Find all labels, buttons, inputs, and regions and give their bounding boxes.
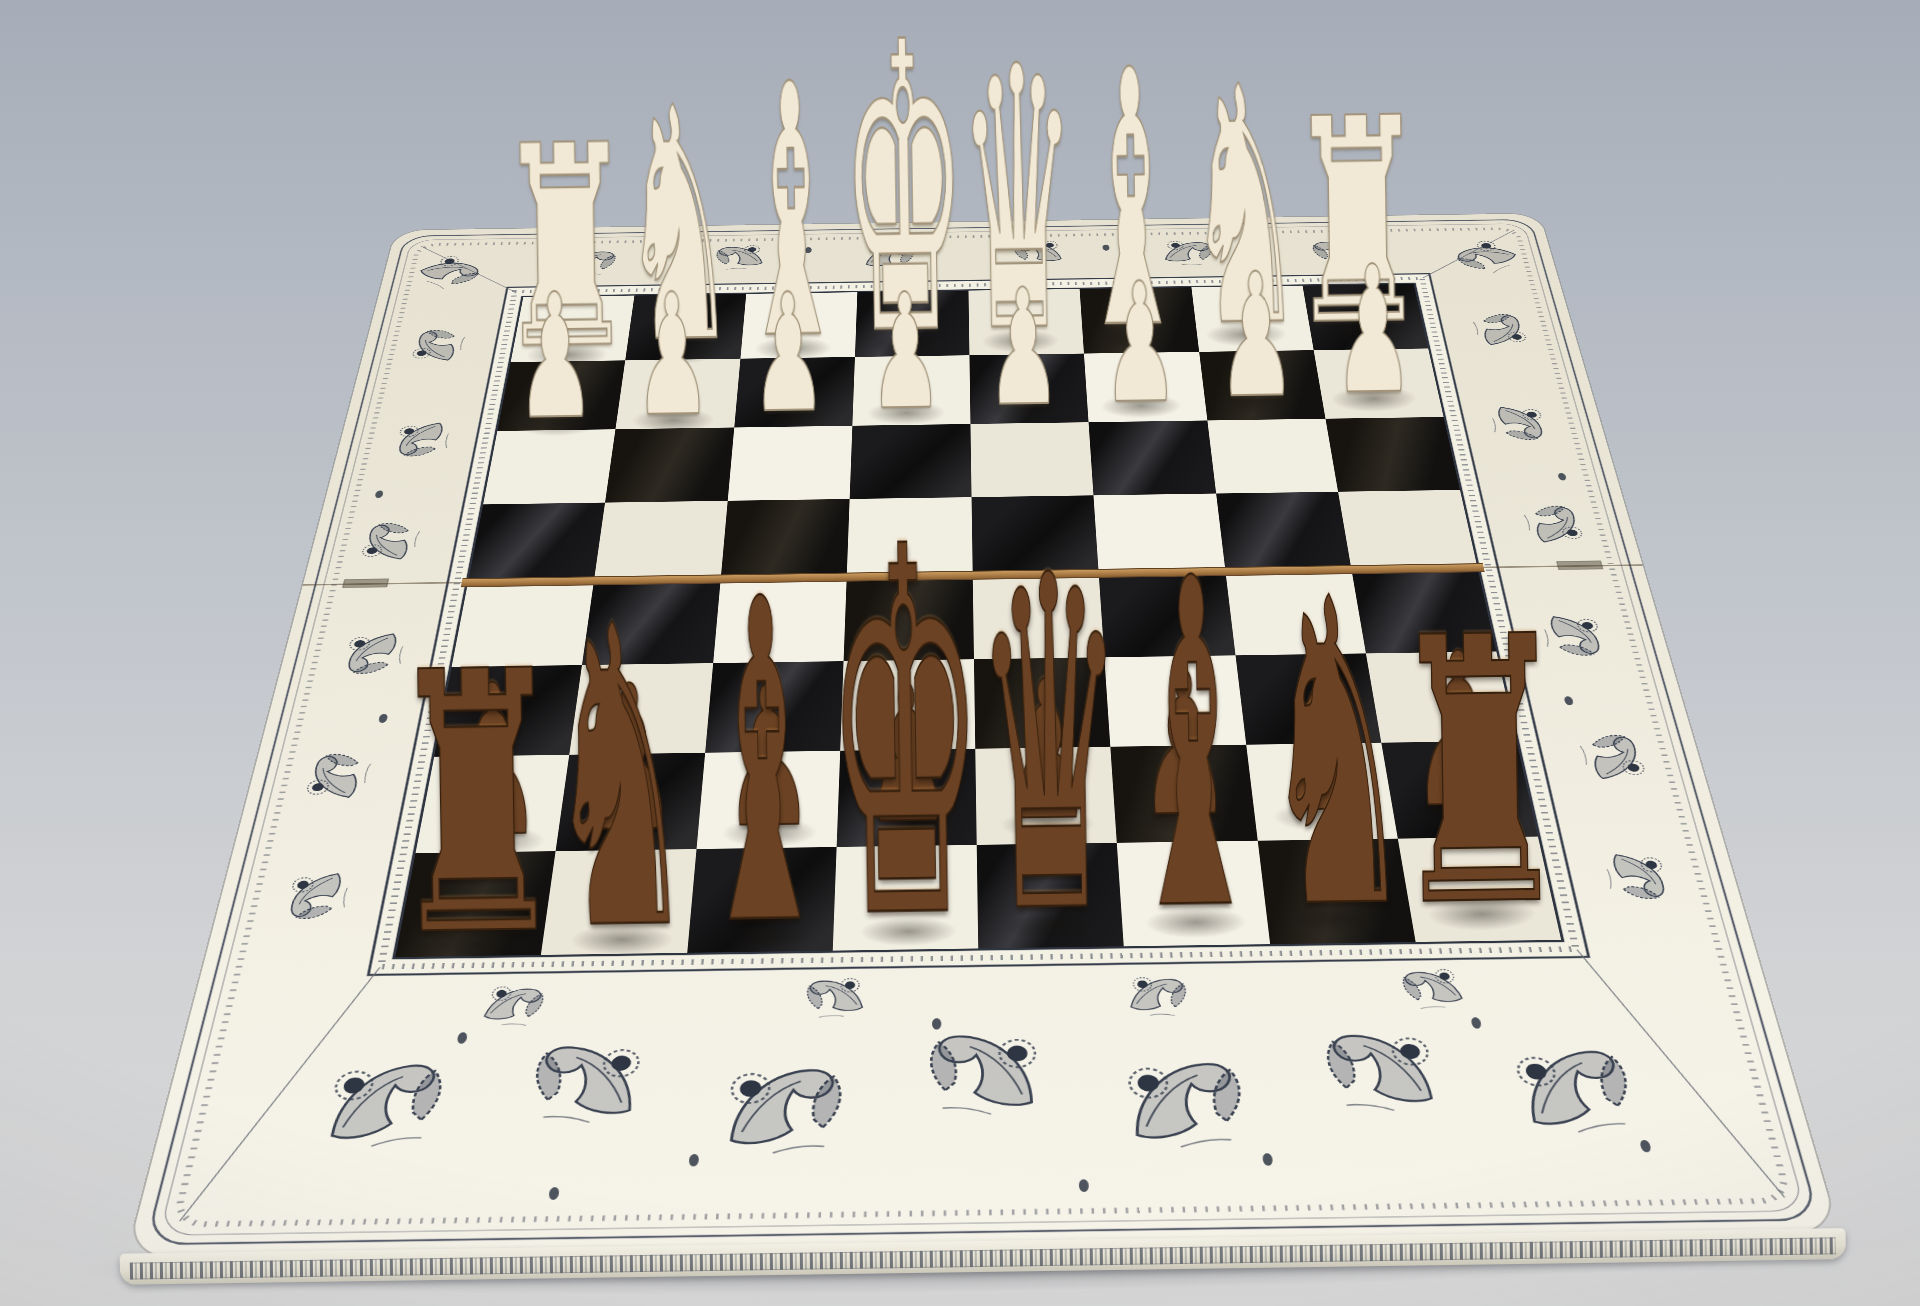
square-b5 bbox=[1225, 570, 1366, 655]
photo-scene: ♜♞♝♚♛♝♞♜♟♟♟♟♟♟♟♟♟♟♟♟♟♟♟♟♜♞♝♚♛♝♞♜ bbox=[0, 0, 1920, 1306]
square-d6 bbox=[974, 657, 1111, 748]
square-g4 bbox=[594, 501, 727, 581]
square-d1 bbox=[968, 289, 1084, 355]
square-c8 bbox=[1117, 841, 1270, 947]
square-d7 bbox=[975, 747, 1117, 845]
square-a4 bbox=[1338, 490, 1478, 570]
square-h7 bbox=[416, 755, 570, 854]
square-e2 bbox=[852, 355, 970, 426]
square-b4 bbox=[1216, 492, 1352, 572]
square-g2 bbox=[616, 359, 740, 430]
chessboard-squares bbox=[393, 283, 1563, 958]
square-c7 bbox=[1111, 745, 1258, 843]
square-a1 bbox=[1302, 284, 1428, 350]
square-b6 bbox=[1235, 653, 1381, 744]
square-h4 bbox=[468, 503, 605, 583]
square-a2 bbox=[1313, 349, 1443, 419]
square-d2 bbox=[969, 354, 1088, 424]
square-g8 bbox=[541, 849, 696, 955]
square-h5 bbox=[452, 581, 594, 667]
square-f1 bbox=[740, 292, 857, 358]
square-h1 bbox=[511, 296, 635, 363]
square-f6 bbox=[705, 661, 844, 753]
square-h8 bbox=[395, 851, 555, 957]
square-b2 bbox=[1199, 350, 1326, 420]
square-f8 bbox=[687, 847, 837, 953]
square-c1 bbox=[1080, 287, 1199, 353]
square-a3 bbox=[1325, 417, 1460, 492]
square-g5 bbox=[582, 579, 720, 665]
square-c3 bbox=[1089, 421, 1216, 496]
square-f3 bbox=[727, 426, 852, 501]
square-a7 bbox=[1381, 741, 1538, 839]
square-d8 bbox=[977, 843, 1124, 949]
square-e8 bbox=[833, 845, 979, 951]
square-f7 bbox=[696, 751, 840, 849]
square-h6 bbox=[434, 665, 582, 757]
chessboard-perspective-wrap bbox=[99, 0, 1839, 1258]
square-g7 bbox=[556, 753, 705, 851]
square-h2 bbox=[497, 360, 625, 431]
camera-tilt-layer: ♜♞♝♚♛♝♞♜♟♟♟♟♟♟♟♟♟♟♟♟♟♟♟♟♜♞♝♚♛♝♞♜ bbox=[0, 0, 1920, 1306]
square-b3 bbox=[1207, 419, 1338, 494]
square-c6 bbox=[1105, 655, 1246, 746]
square-b7 bbox=[1246, 743, 1398, 841]
square-e5 bbox=[843, 575, 974, 660]
square-g3 bbox=[605, 428, 734, 503]
square-a8 bbox=[1398, 836, 1562, 941]
square-f5 bbox=[713, 577, 847, 663]
square-f2 bbox=[734, 357, 855, 428]
square-c5 bbox=[1099, 572, 1235, 657]
chessboard bbox=[127, 213, 1839, 1257]
square-e1 bbox=[855, 291, 970, 357]
square-e3 bbox=[849, 424, 971, 499]
square-a5 bbox=[1351, 568, 1496, 653]
square-b1 bbox=[1191, 286, 1313, 352]
square-d5 bbox=[973, 574, 1105, 659]
square-e6 bbox=[840, 659, 975, 751]
square-b8 bbox=[1257, 839, 1415, 945]
square-d4 bbox=[972, 496, 1099, 576]
square-a6 bbox=[1366, 651, 1517, 742]
square-c4 bbox=[1094, 494, 1225, 574]
square-h3 bbox=[483, 429, 616, 504]
square-g1 bbox=[625, 294, 745, 361]
square-f4 bbox=[720, 499, 849, 579]
square-g6 bbox=[569, 663, 712, 755]
square-d3 bbox=[970, 422, 1093, 497]
square-e7 bbox=[836, 749, 976, 847]
square-e4 bbox=[847, 497, 973, 577]
square-c2 bbox=[1084, 352, 1207, 422]
